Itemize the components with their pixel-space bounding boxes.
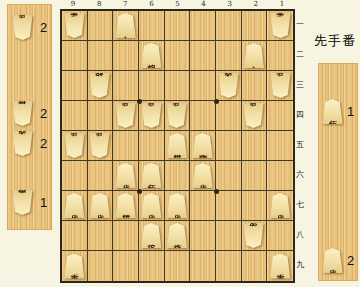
square-9f[interactable] — [62, 161, 88, 191]
square-9h[interactable] — [62, 221, 88, 251]
square-9b[interactable] — [62, 41, 88, 71]
sente-hand-pawn-count: 2 — [347, 253, 354, 268]
square-5f[interactable] — [165, 161, 191, 191]
piece-label: 飛車 — [18, 202, 27, 204]
piece-label: 歩兵 — [121, 175, 130, 177]
piece-label: 香車 — [276, 25, 285, 27]
square-3a[interactable] — [216, 11, 242, 41]
piece-label: 歩兵 — [147, 115, 156, 117]
square-1i[interactable]: 香車 — [267, 251, 293, 281]
square-3e[interactable] — [216, 131, 242, 161]
square-4g[interactable] — [190, 191, 216, 221]
square-9e[interactable]: 歩兵 — [62, 131, 88, 161]
sente-knight-7g[interactable]: 桂馬 — [115, 193, 136, 218]
square-6a[interactable] — [139, 11, 165, 41]
gote-hand-pawn-count: 2 — [40, 20, 47, 35]
hoshi-dot — [214, 189, 219, 194]
rank-label-2: 二 — [294, 39, 306, 69]
rank-label-4: 四 — [294, 99, 306, 129]
rank-label-1: 一 — [294, 9, 306, 39]
square-6b[interactable]: 銀将 — [139, 41, 165, 71]
gote-hand-knight-count: 2 — [40, 106, 47, 121]
file-label-3: 3 — [217, 0, 243, 9]
square-7e[interactable] — [113, 131, 139, 161]
square-3f[interactable] — [216, 161, 242, 191]
rank-label-8: 八 — [294, 219, 306, 249]
square-8b[interactable] — [88, 41, 114, 71]
piece-label: 金将 — [18, 143, 27, 145]
sente-pawn-5g[interactable]: 歩兵 — [166, 193, 187, 218]
square-1f[interactable] — [267, 161, 293, 191]
gote-king-2h[interactable]: 王将 — [243, 223, 264, 248]
square-5b[interactable] — [165, 41, 191, 71]
piece-label: 歩兵 — [70, 145, 79, 147]
sente-lance-9i[interactable]: 香車 — [64, 254, 85, 279]
piece-label: 歩兵 — [121, 115, 130, 117]
square-5g[interactable]: 歩兵 — [165, 191, 191, 221]
gote-hand-gold-count: 2 — [40, 136, 47, 151]
piece-label: 歩兵 — [198, 175, 207, 177]
square-5e[interactable]: 桂馬 — [165, 131, 191, 161]
square-8i[interactable] — [88, 251, 114, 281]
square-1b[interactable] — [267, 41, 293, 71]
gote-pawn-9e[interactable]: 歩兵 — [64, 133, 85, 158]
gote-captured-tray: 歩兵2桂馬2金将2飛車1 — [7, 4, 52, 230]
square-4b[interactable] — [190, 41, 216, 71]
square-7a[interactable]: 全 — [113, 11, 139, 41]
square-1h[interactable] — [267, 221, 293, 251]
gote-pawn-1c[interactable]: 歩兵 — [270, 73, 291, 98]
square-2h[interactable]: 王将 — [242, 221, 268, 251]
square-1c[interactable]: 歩兵 — [267, 71, 293, 101]
gote-hand-rook[interactable]: 飛車 — [12, 190, 33, 215]
square-6e[interactable] — [139, 131, 165, 161]
square-7h[interactable] — [113, 221, 139, 251]
sente-silver-6b[interactable]: 銀将 — [141, 43, 162, 68]
sente-pawn-7f[interactable]: 歩兵 — [115, 163, 136, 188]
piece-label: 香車 — [70, 265, 79, 267]
sente-hand-bishop-count: 1 — [347, 104, 354, 119]
file-label-7: 7 — [112, 0, 138, 9]
rank-labels: 一二三四五六七八九 — [294, 9, 306, 279]
square-6h[interactable]: 玉将 — [139, 221, 165, 251]
square-6d[interactable]: 歩兵 — [139, 101, 165, 131]
rank-label-9: 九 — [294, 249, 306, 279]
square-8g[interactable]: 歩兵 — [88, 191, 114, 221]
square-5c[interactable] — [165, 71, 191, 101]
gote-pawn-2d[interactable]: 歩兵 — [243, 103, 264, 128]
square-7c[interactable] — [113, 71, 139, 101]
square-2g[interactable] — [242, 191, 268, 221]
file-label-1: 1 — [269, 0, 295, 9]
sente-pawn-9g[interactable]: 歩兵 — [64, 193, 85, 218]
gote-pawn-5d[interactable]: 歩兵 — [166, 103, 187, 128]
square-6f[interactable]: 角行 — [139, 161, 165, 191]
piece-label: 角行 — [328, 111, 337, 113]
shogi-board: 香車全香車銀将全銀将金将歩兵歩兵歩兵歩兵歩兵歩兵歩兵桂馬飛車歩兵角行歩兵歩兵歩兵… — [60, 9, 295, 283]
square-7b[interactable] — [113, 41, 139, 71]
piece-label: 金将 — [224, 85, 233, 87]
sente-promoted-silver-7a[interactable]: 全 — [115, 13, 136, 38]
gote-hand-rook-count: 1 — [40, 195, 47, 210]
square-8e[interactable]: 歩兵 — [88, 131, 114, 161]
square-4a[interactable] — [190, 11, 216, 41]
square-2d[interactable]: 歩兵 — [242, 101, 268, 131]
file-label-4: 4 — [191, 0, 217, 9]
gote-gold-3c[interactable]: 金将 — [218, 73, 239, 98]
gote-silver-8c[interactable]: 銀将 — [89, 73, 110, 98]
gote-lance-9a[interactable]: 香車 — [64, 13, 85, 38]
square-6c[interactable] — [139, 71, 165, 101]
piece-label: 桂馬 — [172, 145, 181, 147]
piece-label: 金将 — [172, 235, 181, 237]
square-3c[interactable]: 金将 — [216, 71, 242, 101]
square-2e[interactable] — [242, 131, 268, 161]
square-2c[interactable] — [242, 71, 268, 101]
gote-pawn-6d[interactable]: 歩兵 — [141, 103, 162, 128]
piece-label: 歩兵 — [70, 205, 79, 207]
square-9a[interactable]: 香車 — [62, 11, 88, 41]
gote-hand-knight[interactable]: 桂馬 — [12, 101, 33, 126]
piece-label: 香車 — [276, 265, 285, 267]
square-4i[interactable] — [190, 251, 216, 281]
square-4h[interactable] — [190, 221, 216, 251]
piece-label: 歩兵 — [147, 205, 156, 207]
hoshi-dot — [137, 189, 142, 194]
square-7i[interactable] — [113, 251, 139, 281]
file-labels: 987654321 — [60, 0, 295, 9]
square-3d[interactable] — [216, 101, 242, 131]
piece-label: 玉将 — [147, 235, 156, 237]
file-label-9: 9 — [60, 0, 86, 9]
piece-label: 歩兵 — [172, 205, 181, 207]
piece-label: 桂馬 — [18, 113, 27, 115]
square-6g[interactable]: 歩兵 — [139, 191, 165, 221]
square-5d[interactable]: 歩兵 — [165, 101, 191, 131]
square-1d[interactable] — [267, 101, 293, 131]
turn-indicator: 先手番 — [314, 32, 356, 50]
piece-label: 歩兵 — [95, 205, 104, 207]
piece-label: 歩兵 — [95, 145, 104, 147]
gote-hand-pawn[interactable]: 歩兵 — [12, 15, 33, 40]
file-label-2: 2 — [243, 0, 269, 9]
sente-bishop-6f[interactable]: 角行 — [141, 163, 162, 188]
piece-label: 歩兵 — [276, 205, 285, 207]
hoshi-dot — [137, 99, 142, 104]
piece-label: 歩兵 — [18, 27, 27, 29]
square-8a[interactable] — [88, 11, 114, 41]
square-1e[interactable] — [267, 131, 293, 161]
hoshi-dot — [214, 99, 219, 104]
piece-label: 角行 — [147, 175, 156, 177]
sente-king-6h[interactable]: 玉将 — [141, 223, 162, 248]
file-label-6: 6 — [138, 0, 164, 9]
square-8h[interactable] — [88, 221, 114, 251]
square-8d[interactable] — [88, 101, 114, 131]
sente-pawn-1g[interactable]: 歩兵 — [270, 193, 291, 218]
piece-label: 歩兵 — [249, 115, 258, 117]
square-2f[interactable] — [242, 161, 268, 191]
file-label-8: 8 — [86, 0, 112, 9]
sente-pawn-8g[interactable]: 歩兵 — [89, 193, 110, 218]
sente-rook-4e[interactable]: 飛車 — [192, 133, 213, 158]
square-1a[interactable]: 香車 — [267, 11, 293, 41]
board-grid: 香車全香車銀将全銀将金将歩兵歩兵歩兵歩兵歩兵歩兵歩兵桂馬飛車歩兵角行歩兵歩兵歩兵… — [62, 11, 293, 281]
square-5h[interactable]: 金将 — [165, 221, 191, 251]
piece-label: 王将 — [249, 235, 258, 237]
sente-hand-bishop[interactable]: 角行 — [322, 99, 343, 124]
square-9g[interactable]: 歩兵 — [62, 191, 88, 221]
piece-label: 香車 — [70, 25, 79, 27]
square-6i[interactable] — [139, 251, 165, 281]
file-label-5: 5 — [164, 0, 190, 9]
sente-knight-5e[interactable]: 桂馬 — [166, 133, 187, 158]
square-8f[interactable] — [88, 161, 114, 191]
square-2i[interactable] — [242, 251, 268, 281]
square-4c[interactable] — [190, 71, 216, 101]
square-3b[interactable] — [216, 41, 242, 71]
gote-hand-gold[interactable]: 金将 — [12, 131, 33, 156]
sente-pawn-4f[interactable]: 歩兵 — [192, 163, 213, 188]
square-9i[interactable]: 香車 — [62, 251, 88, 281]
square-3g[interactable] — [216, 191, 242, 221]
gote-lance-1a[interactable]: 香車 — [270, 13, 291, 38]
square-3i[interactable] — [216, 251, 242, 281]
square-7f[interactable]: 歩兵 — [113, 161, 139, 191]
sente-hand-pawn[interactable]: 歩兵 — [322, 248, 343, 273]
shogi-app: 歩兵2桂馬2金将2飛車1 987654321 一二三四五六七八九 香車全香車銀将… — [0, 0, 360, 287]
square-7g[interactable]: 桂馬 — [113, 191, 139, 221]
square-7d[interactable]: 歩兵 — [113, 101, 139, 131]
piece-label: 銀将 — [147, 55, 156, 57]
square-4e[interactable]: 飛車 — [190, 131, 216, 161]
square-2a[interactable] — [242, 11, 268, 41]
square-4d[interactable] — [190, 101, 216, 131]
piece-label: 歩兵 — [276, 85, 285, 87]
square-8c[interactable]: 銀将 — [88, 71, 114, 101]
rank-label-3: 三 — [294, 69, 306, 99]
sente-lance-1i[interactable]: 香車 — [270, 254, 291, 279]
square-2b[interactable]: 全 — [242, 41, 268, 71]
square-5a[interactable] — [165, 11, 191, 41]
square-1g[interactable]: 歩兵 — [267, 191, 293, 221]
square-9d[interactable] — [62, 101, 88, 131]
rank-label-7: 七 — [294, 189, 306, 219]
piece-label: 歩兵 — [172, 115, 181, 117]
square-3h[interactable] — [216, 221, 242, 251]
sente-pawn-6g[interactable]: 歩兵 — [141, 193, 162, 218]
square-9c[interactable] — [62, 71, 88, 101]
piece-label: 銀将 — [95, 85, 104, 87]
gote-pawn-7d[interactable]: 歩兵 — [115, 103, 136, 128]
square-4f[interactable]: 歩兵 — [190, 161, 216, 191]
gote-pawn-8e[interactable]: 歩兵 — [89, 133, 110, 158]
piece-label: 歩兵 — [328, 260, 337, 262]
sente-gold-5h[interactable]: 金将 — [166, 223, 187, 248]
rank-label-6: 六 — [294, 159, 306, 189]
piece-label: 桂馬 — [121, 205, 130, 207]
square-5i[interactable] — [165, 251, 191, 281]
sente-captured-tray: 角行1歩兵2 — [318, 63, 358, 281]
piece-label: 飛車 — [198, 145, 207, 147]
sente-promoted-silver-2b[interactable]: 全 — [243, 43, 264, 68]
rank-label-5: 五 — [294, 129, 306, 159]
